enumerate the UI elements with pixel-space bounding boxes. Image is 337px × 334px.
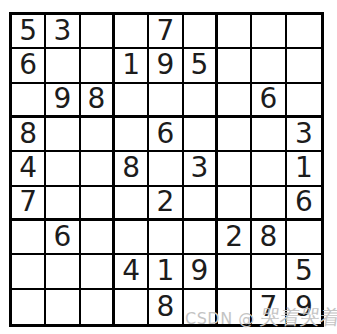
cell-r6c3[interactable] (81, 187, 115, 221)
cell-r7c1[interactable] (12, 221, 46, 255)
cell-r2c3[interactable] (81, 49, 115, 83)
cell-r1c2[interactable]: 3 (46, 15, 80, 49)
cell-r8c4[interactable]: 4 (115, 255, 149, 289)
cell-r3c1[interactable] (12, 84, 46, 118)
cell-r7c4[interactable] (115, 221, 149, 255)
cell-r9c4[interactable] (115, 290, 149, 324)
cell-r8c3[interactable] (81, 255, 115, 289)
cell-r4c9[interactable]: 3 (287, 118, 321, 152)
cell-r1c8[interactable] (252, 15, 286, 49)
cell-r6c5[interactable]: 2 (149, 187, 183, 221)
cell-r5c3[interactable] (81, 152, 115, 186)
cell-r5c6[interactable]: 3 (184, 152, 218, 186)
cell-r4c6[interactable] (184, 118, 218, 152)
cell-r8c9[interactable]: 5 (287, 255, 321, 289)
cell-r8c1[interactable] (12, 255, 46, 289)
cell-r4c5[interactable]: 6 (149, 118, 183, 152)
cell-r3c7[interactable] (218, 84, 252, 118)
cell-r5c8[interactable] (252, 152, 286, 186)
cell-r9c2[interactable] (46, 290, 80, 324)
cell-r6c2[interactable] (46, 187, 80, 221)
cell-r4c3[interactable] (81, 118, 115, 152)
cell-r1c7[interactable] (218, 15, 252, 49)
cell-r9c7[interactable] (218, 290, 252, 324)
cell-r3c3[interactable]: 8 (81, 84, 115, 118)
cell-r2c1[interactable]: 6 (12, 49, 46, 83)
cell-r5c5[interactable] (149, 152, 183, 186)
cell-r9c1[interactable] (12, 290, 46, 324)
cell-r8c6[interactable]: 9 (184, 255, 218, 289)
cell-r4c2[interactable] (46, 118, 80, 152)
cell-r3c9[interactable] (287, 84, 321, 118)
cell-r7c8[interactable]: 8 (252, 221, 286, 255)
cell-r1c3[interactable] (81, 15, 115, 49)
cell-r4c1[interactable]: 8 (12, 118, 46, 152)
cell-r5c2[interactable] (46, 152, 80, 186)
cell-r8c8[interactable] (252, 255, 286, 289)
cell-r6c6[interactable] (184, 187, 218, 221)
cell-r5c1[interactable]: 4 (12, 152, 46, 186)
cell-r4c7[interactable] (218, 118, 252, 152)
cell-r2c5[interactable]: 9 (149, 49, 183, 83)
cell-r6c1[interactable]: 7 (12, 187, 46, 221)
cell-r5c4[interactable]: 8 (115, 152, 149, 186)
cell-r7c6[interactable] (184, 221, 218, 255)
cell-r1c1[interactable]: 5 (12, 15, 46, 49)
cell-r5c7[interactable] (218, 152, 252, 186)
cell-r6c7[interactable] (218, 187, 252, 221)
cell-r4c8[interactable] (252, 118, 286, 152)
cell-r8c2[interactable] (46, 255, 80, 289)
cell-r2c7[interactable] (218, 49, 252, 83)
cell-r6c9[interactable]: 6 (287, 187, 321, 221)
cell-r9c9[interactable]: 9 (287, 290, 321, 324)
cell-r2c8[interactable] (252, 49, 286, 83)
cell-r6c8[interactable] (252, 187, 286, 221)
cell-r9c5[interactable]: 8 (149, 290, 183, 324)
cell-r7c5[interactable] (149, 221, 183, 255)
cell-r8c5[interactable]: 1 (149, 255, 183, 289)
cell-r7c9[interactable] (287, 221, 321, 255)
cell-r1c6[interactable] (184, 15, 218, 49)
cell-r4c4[interactable] (115, 118, 149, 152)
cell-r6c4[interactable] (115, 187, 149, 221)
cell-r3c8[interactable]: 6 (252, 84, 286, 118)
cell-r1c9[interactable] (287, 15, 321, 49)
cell-r2c9[interactable] (287, 49, 321, 83)
cell-r3c6[interactable] (184, 84, 218, 118)
cell-r2c4[interactable]: 1 (115, 49, 149, 83)
cell-r7c2[interactable]: 6 (46, 221, 80, 255)
cell-r3c5[interactable] (149, 84, 183, 118)
sudoku-screenshot: 537619598686348317266284195879 CSDN @ 哭着… (0, 0, 337, 334)
cell-r9c8[interactable]: 7 (252, 290, 286, 324)
cell-r9c6[interactable] (184, 290, 218, 324)
cell-r2c2[interactable] (46, 49, 80, 83)
sudoku-board: 537619598686348317266284195879 (9, 12, 324, 327)
cell-r9c3[interactable] (81, 290, 115, 324)
cell-r1c5[interactable]: 7 (149, 15, 183, 49)
cell-r1c4[interactable] (115, 15, 149, 49)
cell-r3c2[interactable]: 9 (46, 84, 80, 118)
cell-r3c4[interactable] (115, 84, 149, 118)
cell-r7c3[interactable] (81, 221, 115, 255)
cell-r2c6[interactable]: 5 (184, 49, 218, 83)
cell-r7c7[interactable]: 2 (218, 221, 252, 255)
cell-r5c9[interactable]: 1 (287, 152, 321, 186)
cell-r8c7[interactable] (218, 255, 252, 289)
